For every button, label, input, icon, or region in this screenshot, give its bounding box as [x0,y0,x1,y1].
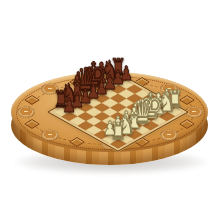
chess-set-photo: ♜♞♝♛♚♝♞♜♟♟♟♟♟♟♟♟♟♟♟♟♟♟♟♟♜♞♝♛♚♝♞♜ [0,0,220,220]
piece-black-pawn[interactable]: ♟ [62,96,75,116]
piece-white-rook[interactable]: ♜ [110,119,126,142]
